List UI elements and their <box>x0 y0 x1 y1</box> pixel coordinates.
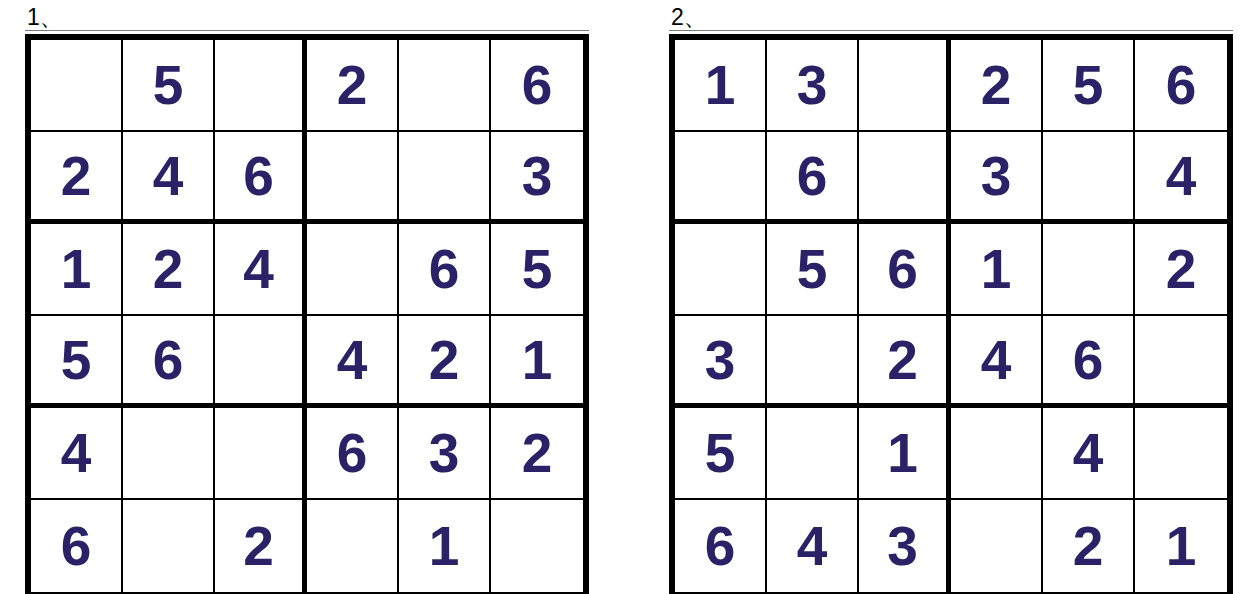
cell-r6c3-given[interactable]: 2 <box>215 500 307 592</box>
cell-r3c5-empty[interactable] <box>1043 224 1135 316</box>
puzzle-2-label-rule: 2、 <box>669 4 1233 31</box>
cell-r2c1-given[interactable]: 2 <box>31 132 123 224</box>
cell-r1c6-given[interactable]: 6 <box>491 40 583 132</box>
cell-r3c2-given[interactable]: 5 <box>767 224 859 316</box>
cell-r1c5-given[interactable]: 5 <box>1043 40 1135 132</box>
puzzle-2-label: 2、 <box>671 4 707 30</box>
cell-r3c6-given[interactable]: 2 <box>1135 224 1227 316</box>
cell-r2c1-empty[interactable] <box>675 132 767 224</box>
cell-r1c3-empty[interactable] <box>859 40 951 132</box>
cell-r4c6-empty[interactable] <box>1135 316 1227 408</box>
cell-r2c6-given[interactable]: 3 <box>491 132 583 224</box>
cell-r2c2-given[interactable]: 6 <box>767 132 859 224</box>
cell-r4c5-given[interactable]: 2 <box>399 316 491 408</box>
cell-r6c4-empty[interactable] <box>951 500 1043 592</box>
cell-r1c2-given[interactable]: 5 <box>123 40 215 132</box>
cell-r2c4-given[interactable]: 3 <box>951 132 1043 224</box>
cell-r5c6-empty[interactable] <box>1135 408 1227 500</box>
cell-r2c3-given[interactable]: 6 <box>215 132 307 224</box>
cell-r4c4-given[interactable]: 4 <box>307 316 399 408</box>
cell-r1c2-given[interactable]: 3 <box>767 40 859 132</box>
cell-r1c3-empty[interactable] <box>215 40 307 132</box>
cell-r2c5-empty[interactable] <box>1043 132 1135 224</box>
cell-r6c2-given[interactable]: 4 <box>767 500 859 592</box>
cell-r5c3-given[interactable]: 1 <box>859 408 951 500</box>
cell-r3c1-empty[interactable] <box>675 224 767 316</box>
cell-r4c2-empty[interactable] <box>767 316 859 408</box>
puzzle-2: 2、 132566345612324651464321 <box>669 4 1233 594</box>
cell-r5c6-given[interactable]: 2 <box>491 408 583 500</box>
cell-r2c3-empty[interactable] <box>859 132 951 224</box>
cell-r4c1-given[interactable]: 5 <box>31 316 123 408</box>
cell-r4c3-empty[interactable] <box>215 316 307 408</box>
cell-r5c5-given[interactable]: 3 <box>399 408 491 500</box>
cell-r6c6-given[interactable]: 1 <box>1135 500 1227 592</box>
cell-r6c2-empty[interactable] <box>123 500 215 592</box>
cell-r6c6-empty[interactable] <box>491 500 583 592</box>
cell-r3c5-given[interactable]: 6 <box>399 224 491 316</box>
cell-r5c2-empty[interactable] <box>767 408 859 500</box>
sudoku-grid-2: 132566345612324651464321 <box>669 34 1233 594</box>
cell-r2c4-empty[interactable] <box>307 132 399 224</box>
cell-r5c5-given[interactable]: 4 <box>1043 408 1135 500</box>
cell-r1c4-given[interactable]: 2 <box>307 40 399 132</box>
cell-r6c5-given[interactable]: 2 <box>1043 500 1135 592</box>
cell-r1c1-given[interactable]: 1 <box>675 40 767 132</box>
cell-r3c3-given[interactable]: 4 <box>215 224 307 316</box>
cell-r5c4-given[interactable]: 6 <box>307 408 399 500</box>
cell-r6c1-given[interactable]: 6 <box>31 500 123 592</box>
cell-r4c1-given[interactable]: 3 <box>675 316 767 408</box>
cell-r2c6-given[interactable]: 4 <box>1135 132 1227 224</box>
cell-r6c3-given[interactable]: 3 <box>859 500 951 592</box>
cell-r5c3-empty[interactable] <box>215 408 307 500</box>
cell-r2c5-empty[interactable] <box>399 132 491 224</box>
cell-r6c1-given[interactable]: 6 <box>675 500 767 592</box>
cell-r1c6-given[interactable]: 6 <box>1135 40 1227 132</box>
cell-r4c3-given[interactable]: 2 <box>859 316 951 408</box>
cell-r5c1-given[interactable]: 5 <box>675 408 767 500</box>
cell-r4c2-given[interactable]: 6 <box>123 316 215 408</box>
cell-r5c2-empty[interactable] <box>123 408 215 500</box>
cell-r3c4-given[interactable]: 1 <box>951 224 1043 316</box>
sudoku-grid-1: 526246312465564214632621 <box>25 34 589 594</box>
cell-r3c4-empty[interactable] <box>307 224 399 316</box>
worksheet: 1、 526246312465564214632621 2、 132566345… <box>0 0 1241 594</box>
cell-r4c5-given[interactable]: 6 <box>1043 316 1135 408</box>
cell-r3c6-given[interactable]: 5 <box>491 224 583 316</box>
cell-r3c1-given[interactable]: 1 <box>31 224 123 316</box>
cell-r6c5-given[interactable]: 1 <box>399 500 491 592</box>
cell-r3c3-given[interactable]: 6 <box>859 224 951 316</box>
puzzle-1: 1、 526246312465564214632621 <box>25 4 589 594</box>
cell-r1c1-empty[interactable] <box>31 40 123 132</box>
cell-r6c4-empty[interactable] <box>307 500 399 592</box>
cell-r1c5-empty[interactable] <box>399 40 491 132</box>
cell-r5c1-given[interactable]: 4 <box>31 408 123 500</box>
cell-r2c2-given[interactable]: 4 <box>123 132 215 224</box>
cell-r3c2-given[interactable]: 2 <box>123 224 215 316</box>
cell-r4c4-given[interactable]: 4 <box>951 316 1043 408</box>
cell-r1c4-given[interactable]: 2 <box>951 40 1043 132</box>
puzzle-1-label: 1、 <box>27 4 63 30</box>
cell-r4c6-given[interactable]: 1 <box>491 316 583 408</box>
puzzle-1-label-rule: 1、 <box>25 4 589 31</box>
cell-r5c4-empty[interactable] <box>951 408 1043 500</box>
